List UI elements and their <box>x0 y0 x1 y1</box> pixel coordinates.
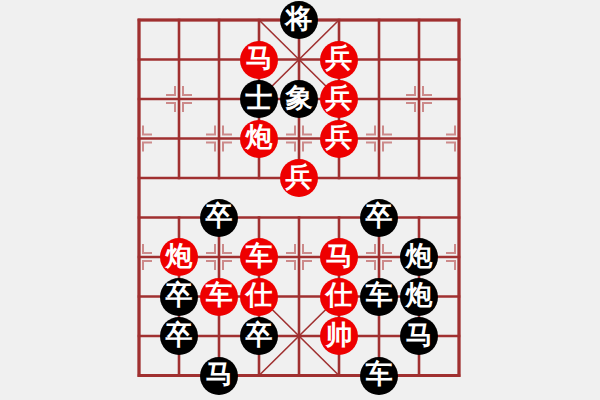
piece-glyph: 马 <box>406 322 433 349</box>
piece-glyph: 车 <box>366 282 393 309</box>
piece-glyph: 帅 <box>326 322 353 349</box>
red-soldier-piece[interactable]: 兵 <box>280 159 318 197</box>
black-horse-piece[interactable]: 马 <box>400 317 438 355</box>
black-soldier-piece[interactable]: 卒 <box>240 317 278 355</box>
piece-glyph: 卒 <box>246 322 273 349</box>
piece-glyph: 车 <box>366 361 393 388</box>
piece-glyph: 炮 <box>246 124 273 151</box>
red-cannon-piece[interactable]: 炮 <box>240 120 278 158</box>
piece-glyph: 马 <box>326 243 353 270</box>
red-advisor-piece[interactable]: 仕 <box>240 278 278 316</box>
piece-glyph: 兵 <box>326 85 353 112</box>
piece-glyph: 兵 <box>326 45 353 72</box>
black-general-piece[interactable]: 将 <box>280 1 318 39</box>
piece-glyph: 卒 <box>166 322 193 349</box>
red-advisor-piece[interactable]: 仕 <box>320 278 358 316</box>
black-soldier-piece[interactable]: 卒 <box>200 199 238 237</box>
piece-glyph: 车 <box>206 282 233 309</box>
pieces-layer: 将马兵士象兵炮兵兵卒卒炮车马炮卒车仕仕车炮卒卒帅马马车 <box>119 0 479 395</box>
black-cannon-piece[interactable]: 炮 <box>400 238 438 276</box>
red-chariot-piece[interactable]: 车 <box>240 238 278 276</box>
piece-glyph: 马 <box>246 45 273 72</box>
piece-glyph: 卒 <box>166 282 193 309</box>
piece-glyph: 马 <box>206 361 233 388</box>
red-soldier-piece[interactable]: 兵 <box>320 120 358 158</box>
black-advisor-piece[interactable]: 士 <box>240 80 278 118</box>
black-cannon-piece[interactable]: 炮 <box>400 278 438 316</box>
xiangqi-board-area: 将马兵士象兵炮兵兵卒卒炮车马炮卒车仕仕车炮卒卒帅马马车 <box>0 0 600 400</box>
red-horse-piece[interactable]: 马 <box>240 41 278 79</box>
piece-glyph: 兵 <box>326 124 353 151</box>
black-chariot-piece[interactable]: 车 <box>360 278 398 316</box>
red-horse-piece[interactable]: 马 <box>320 238 358 276</box>
black-soldier-piece[interactable]: 卒 <box>160 278 198 316</box>
piece-glyph: 仕 <box>326 282 353 309</box>
red-soldier-piece[interactable]: 兵 <box>320 41 358 79</box>
piece-glyph: 仕 <box>246 282 273 309</box>
black-chariot-piece[interactable]: 车 <box>360 357 398 395</box>
piece-glyph: 卒 <box>366 203 393 230</box>
piece-glyph: 兵 <box>286 164 313 191</box>
black-horse-piece[interactable]: 马 <box>200 357 238 395</box>
red-soldier-piece[interactable]: 兵 <box>320 80 358 118</box>
piece-glyph: 象 <box>286 85 313 112</box>
red-chariot-piece[interactable]: 车 <box>200 278 238 316</box>
piece-glyph: 将 <box>286 6 313 33</box>
red-general-piece[interactable]: 帅 <box>320 317 358 355</box>
black-soldier-piece[interactable]: 卒 <box>160 317 198 355</box>
piece-glyph: 炮 <box>406 282 433 309</box>
red-cannon-piece[interactable]: 炮 <box>160 238 198 276</box>
piece-glyph: 卒 <box>206 203 233 230</box>
piece-glyph: 士 <box>246 85 273 112</box>
piece-glyph: 炮 <box>406 243 433 270</box>
piece-glyph: 炮 <box>166 243 193 270</box>
black-elephant-piece[interactable]: 象 <box>280 80 318 118</box>
black-soldier-piece[interactable]: 卒 <box>360 199 398 237</box>
piece-glyph: 车 <box>246 243 273 270</box>
